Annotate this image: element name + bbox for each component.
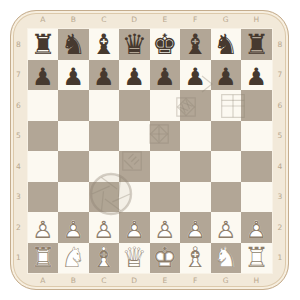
file-labels-bottom: ABCDEFGH: [28, 272, 272, 289]
rank-label-1: 1: [272, 243, 289, 274]
piece-white-knight[interactable]: ♞♘: [211, 243, 241, 273]
square-c2[interactable]: ♟♙: [89, 212, 120, 243]
piece-black-king[interactable]: ♚: [152, 31, 177, 60]
rank-labels-right: 87654321: [272, 29, 289, 273]
square-g8[interactable]: ♞: [211, 29, 242, 60]
piece-black-rook[interactable]: ♜: [30, 31, 55, 60]
file-label-e: E: [150, 10, 181, 29]
square-h2[interactable]: ♟♙: [241, 212, 272, 243]
piece-black-pawn[interactable]: ♟: [32, 65, 54, 90]
square-g5[interactable]: [211, 121, 242, 152]
rank-label-6: 6: [10, 90, 27, 121]
rank-label-6: 6: [272, 90, 289, 121]
square-f4[interactable]: [180, 151, 211, 182]
square-a4[interactable]: [28, 151, 59, 182]
square-e5[interactable]: [150, 121, 181, 152]
square-b1[interactable]: ♞♘: [58, 243, 89, 274]
piece-black-rook[interactable]: ♜: [244, 31, 269, 60]
square-g7[interactable]: ♟: [211, 60, 242, 91]
piece-black-queen[interactable]: ♛: [122, 31, 147, 60]
file-label-b: B: [58, 10, 89, 29]
square-a1[interactable]: ♜♖: [28, 243, 59, 274]
square-c5[interactable]: [89, 121, 120, 152]
rank-label-4: 4: [10, 151, 27, 182]
rank-label-3: 3: [272, 182, 289, 213]
square-e6[interactable]: [150, 90, 181, 121]
square-e2[interactable]: ♟♙: [150, 212, 181, 243]
file-label-d: D: [119, 10, 150, 29]
square-d5[interactable]: [119, 121, 150, 152]
rank-label-2: 2: [272, 212, 289, 243]
file-label-e: E: [150, 272, 181, 289]
rank-label-3: 3: [10, 182, 27, 213]
board-grid: ♜♞♝♛♚♝♞♜♟♟♟♟♟♟♟♟♟♙♟♙♟♙♟♙♟♙♟♙♟♙♟♙♜♖♞♘♝♗♛♕…: [28, 29, 272, 273]
square-f5[interactable]: [180, 121, 211, 152]
file-label-g: G: [211, 272, 242, 289]
square-a7[interactable]: ♟: [28, 60, 59, 91]
file-label-g: G: [211, 10, 242, 29]
square-e7[interactable]: ♟: [150, 60, 181, 91]
piece-white-pawn[interactable]: ♟♙: [119, 213, 149, 243]
piece-white-knight[interactable]: ♞♘: [58, 243, 88, 273]
piece-white-rook[interactable]: ♜♖: [28, 243, 58, 273]
piece-white-pawn[interactable]: ♟♙: [58, 213, 88, 243]
piece-white-rook[interactable]: ♜♖: [241, 243, 271, 273]
square-b6[interactable]: [58, 90, 89, 121]
square-g4[interactable]: [211, 151, 242, 182]
piece-black-pawn[interactable]: ♟: [184, 65, 206, 90]
file-label-h: H: [241, 272, 272, 289]
square-d3[interactable]: [119, 182, 150, 213]
piece-black-pawn[interactable]: ♟: [154, 65, 176, 90]
piece-white-bishop[interactable]: ♝♗: [180, 243, 210, 273]
square-h8[interactable]: ♜: [241, 29, 272, 60]
square-e8[interactable]: ♚: [150, 29, 181, 60]
piece-black-bishop[interactable]: ♝: [183, 31, 208, 60]
square-b5[interactable]: [58, 121, 89, 152]
file-label-c: C: [89, 272, 120, 289]
rank-label-1: 1: [10, 243, 27, 274]
square-c7[interactable]: ♟: [89, 60, 120, 91]
piece-white-pawn[interactable]: ♟♙: [211, 213, 241, 243]
piece-black-pawn[interactable]: ♟: [93, 65, 115, 90]
square-d7[interactable]: ♟: [119, 60, 150, 91]
square-a5[interactable]: [28, 121, 59, 152]
piece-black-pawn[interactable]: ♟: [62, 65, 84, 90]
square-h6[interactable]: [241, 90, 272, 121]
file-labels-top: ABCDEFGH: [28, 10, 272, 29]
square-b7[interactable]: ♟: [58, 60, 89, 91]
rank-label-4: 4: [272, 151, 289, 182]
square-g6[interactable]: [211, 90, 242, 121]
square-f1[interactable]: ♝♗: [180, 243, 211, 274]
square-a2[interactable]: ♟♙: [28, 212, 59, 243]
piece-black-pawn[interactable]: ♟: [123, 65, 145, 90]
square-e4[interactable]: [150, 151, 181, 182]
square-b2[interactable]: ♟♙: [58, 212, 89, 243]
file-label-a: A: [28, 272, 59, 289]
square-b3[interactable]: [58, 182, 89, 213]
square-f6[interactable]: [180, 90, 211, 121]
square-c4[interactable]: [89, 151, 120, 182]
file-label-a: A: [28, 10, 59, 29]
rank-label-5: 5: [272, 121, 289, 152]
rank-label-5: 5: [10, 121, 27, 152]
rank-label-7: 7: [10, 60, 27, 91]
file-label-b: B: [58, 272, 89, 289]
file-label-f: F: [180, 10, 211, 29]
square-f8[interactable]: ♝: [180, 29, 211, 60]
square-c8[interactable]: ♝: [89, 29, 120, 60]
square-g3[interactable]: [211, 182, 242, 213]
file-label-f: F: [180, 272, 211, 289]
piece-white-pawn[interactable]: ♟♙: [28, 213, 58, 243]
rank-labels-left: 87654321: [10, 29, 27, 273]
square-b8[interactable]: ♞: [58, 29, 89, 60]
piece-white-bishop[interactable]: ♝♗: [89, 243, 119, 273]
square-d4[interactable]: [119, 151, 150, 182]
square-b4[interactable]: [58, 151, 89, 182]
square-e3[interactable]: [150, 182, 181, 213]
square-d6[interactable]: [119, 90, 150, 121]
chessboard: ABCDEFGH ABCDEFGH 87654321 87654321 ♜♞♝♛…: [0, 0, 300, 300]
piece-black-knight[interactable]: ♞: [61, 31, 86, 60]
square-c1[interactable]: ♝♗: [89, 243, 120, 274]
piece-white-queen[interactable]: ♛♕: [119, 243, 149, 273]
square-e1[interactable]: ♚♔: [150, 243, 181, 274]
square-d1[interactable]: ♛♕: [119, 243, 150, 274]
file-label-h: H: [241, 10, 272, 29]
piece-black-pawn[interactable]: ♟: [215, 65, 237, 90]
piece-white-pawn[interactable]: ♟♙: [150, 213, 180, 243]
square-h4[interactable]: [241, 151, 272, 182]
file-label-c: C: [89, 10, 120, 29]
square-f2[interactable]: ♟♙: [180, 212, 211, 243]
file-label-d: D: [119, 272, 150, 289]
square-d8[interactable]: ♛: [119, 29, 150, 60]
piece-black-bishop[interactable]: ♝: [91, 31, 116, 60]
square-c3[interactable]: [89, 182, 120, 213]
square-a6[interactable]: [28, 90, 59, 121]
square-a3[interactable]: [28, 182, 59, 213]
square-c6[interactable]: [89, 90, 120, 121]
piece-white-pawn[interactable]: ♟♙: [89, 213, 119, 243]
square-f3[interactable]: [180, 182, 211, 213]
square-a8[interactable]: ♜: [28, 29, 59, 60]
square-h5[interactable]: [241, 121, 272, 152]
square-g1[interactable]: ♞♘: [211, 243, 242, 274]
rank-label-2: 2: [10, 212, 27, 243]
square-g2[interactable]: ♟♙: [211, 212, 242, 243]
rank-label-7: 7: [272, 60, 289, 91]
piece-white-king[interactable]: ♚♔: [150, 243, 180, 273]
square-h3[interactable]: [241, 182, 272, 213]
piece-white-pawn[interactable]: ♟♙: [180, 213, 210, 243]
piece-white-pawn[interactable]: ♟♙: [241, 213, 271, 243]
square-h7[interactable]: ♟: [241, 60, 272, 91]
rank-label-8: 8: [10, 29, 27, 60]
rank-label-8: 8: [272, 29, 289, 60]
square-d2[interactable]: ♟♙: [119, 212, 150, 243]
piece-black-knight[interactable]: ♞: [213, 31, 238, 60]
piece-black-pawn[interactable]: ♟: [245, 65, 267, 90]
square-h1[interactable]: ♜♖: [241, 243, 272, 274]
square-f7[interactable]: ♟: [180, 60, 211, 91]
